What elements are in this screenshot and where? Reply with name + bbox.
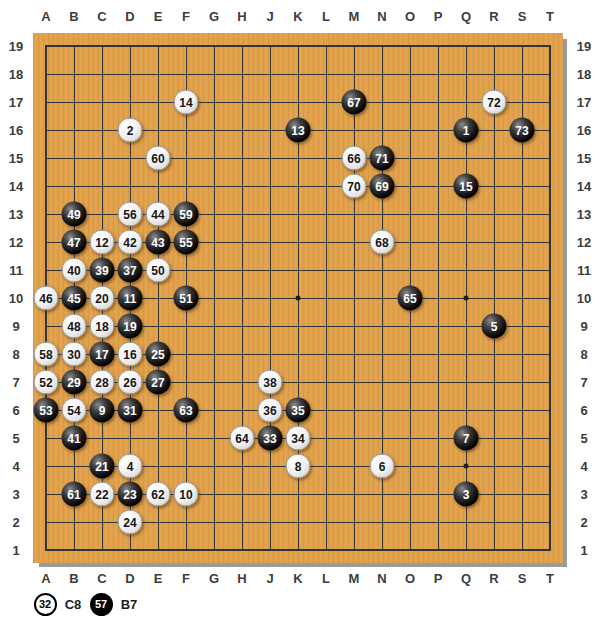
coordinate-label: 2 <box>12 515 19 530</box>
stone-black: 33 <box>258 426 283 451</box>
stone-white: 10 <box>174 482 199 507</box>
stone-white: 72 <box>482 90 507 115</box>
stone-white: 66 <box>342 146 367 171</box>
grid-line <box>326 46 327 550</box>
stone-white: 26 <box>118 370 143 395</box>
coordinate-label: 17 <box>9 95 23 110</box>
stone-white: 54 <box>62 398 87 423</box>
stone-black: 55 <box>174 230 199 255</box>
stone-black: 73 <box>510 118 535 143</box>
coordinate-label: E <box>154 9 163 24</box>
stone-white: 60 <box>146 146 171 171</box>
coordinate-label: 11 <box>9 263 23 278</box>
stone-white: 40 <box>62 258 87 283</box>
stone-black: 69 <box>370 174 395 199</box>
coordinate-label: R <box>489 9 498 24</box>
grid-line <box>354 46 355 550</box>
stone-black: 5 <box>482 314 507 339</box>
coordinate-label: J <box>266 571 273 586</box>
stone-white: 42 <box>118 230 143 255</box>
stone-black: 43 <box>146 230 171 255</box>
coordinate-label: 4 <box>580 459 587 474</box>
stone-black: 9 <box>90 398 115 423</box>
caption-stone-black: 57 <box>90 593 113 616</box>
grid-line <box>550 46 551 550</box>
coordinate-label: Q <box>461 9 471 24</box>
coordinate-label: 8 <box>580 347 587 362</box>
stone-white: 46 <box>34 286 59 311</box>
go-diagram-page: { "game": "go", "board": { "size": 19, "… <box>0 0 600 635</box>
coordinate-label: T <box>546 571 554 586</box>
coordinate-label: D <box>125 571 134 586</box>
coordinate-label: C <box>97 9 106 24</box>
coordinate-label: A <box>41 571 50 586</box>
coordinate-label: G <box>209 571 219 586</box>
caption-slot: B7 <box>115 597 143 612</box>
caption-coord: B7 <box>121 597 138 612</box>
stone-white: 30 <box>62 342 87 367</box>
coordinate-label: 5 <box>12 431 19 446</box>
stone-black: 15 <box>454 174 479 199</box>
coordinate-label: S <box>518 571 527 586</box>
caption-stone-white: 32 <box>34 593 57 616</box>
coordinate-label: B <box>69 9 78 24</box>
stone-black: 11 <box>118 286 143 311</box>
coordinate-label: 14 <box>9 179 23 194</box>
stone-black: 49 <box>62 202 87 227</box>
coordinate-label: E <box>154 571 163 586</box>
coordinate-label: 4 <box>12 459 19 474</box>
caption-slot: 57 <box>87 593 115 616</box>
stone-white: 14 <box>174 90 199 115</box>
coordinate-label: M <box>349 9 360 24</box>
coordinate-label: 3 <box>580 487 587 502</box>
stone-black: 25 <box>146 342 171 367</box>
coordinate-label: N <box>377 571 386 586</box>
stone-white: 6 <box>370 454 395 479</box>
coordinate-label: 18 <box>9 67 23 82</box>
stone-black: 65 <box>398 286 423 311</box>
stone-white: 2 <box>118 118 143 143</box>
stone-black: 3 <box>454 482 479 507</box>
star-point <box>296 296 301 301</box>
grid-line <box>46 550 550 551</box>
coordinate-label: Q <box>461 571 471 586</box>
stone-white: 62 <box>146 482 171 507</box>
coordinate-label: 13 <box>577 207 591 222</box>
coordinate-label: 15 <box>577 151 591 166</box>
coordinate-label: M <box>349 571 360 586</box>
stone-white: 18 <box>90 314 115 339</box>
stone-white: 28 <box>90 370 115 395</box>
coordinate-label: 3 <box>12 487 19 502</box>
stone-white: 38 <box>258 370 283 395</box>
coordinate-label: L <box>322 9 330 24</box>
stone-black: 59 <box>174 202 199 227</box>
stone-black: 53 <box>34 398 59 423</box>
stone-black: 23 <box>118 482 143 507</box>
stone-black: 19 <box>118 314 143 339</box>
stone-white: 12 <box>90 230 115 255</box>
star-point <box>464 464 469 469</box>
stone-white: 8 <box>286 454 311 479</box>
stone-black: 45 <box>62 286 87 311</box>
coordinate-label: K <box>293 571 302 586</box>
coordinate-label: 8 <box>12 347 19 362</box>
stone-white: 36 <box>258 398 283 423</box>
coordinate-label: 11 <box>577 263 591 278</box>
caption-bar: 32 C8 57 B7 <box>31 590 143 618</box>
stone-white: 16 <box>118 342 143 367</box>
coordinate-label: 12 <box>577 235 591 250</box>
grid-line <box>494 46 495 550</box>
coordinate-label: D <box>125 9 134 24</box>
stone-black: 17 <box>90 342 115 367</box>
coordinate-label: 1 <box>580 543 587 558</box>
coordinate-label: 12 <box>9 235 23 250</box>
coordinate-label: 5 <box>580 431 587 446</box>
stone-white: 48 <box>62 314 87 339</box>
coordinate-label: 14 <box>577 179 591 194</box>
coordinate-label: F <box>182 9 190 24</box>
stone-white: 24 <box>118 510 143 535</box>
coordinate-label: 7 <box>580 375 587 390</box>
grid-line <box>438 46 439 550</box>
coordinate-label: 15 <box>9 151 23 166</box>
stone-black: 63 <box>174 398 199 423</box>
stone-black: 39 <box>90 258 115 283</box>
stone-white: 4 <box>118 454 143 479</box>
coordinate-label: N <box>377 9 386 24</box>
coordinate-label: K <box>293 9 302 24</box>
coordinate-label: S <box>518 9 527 24</box>
coordinate-label: P <box>434 9 443 24</box>
coordinate-label: H <box>237 571 246 586</box>
stone-black: 7 <box>454 426 479 451</box>
coordinate-label: A <box>41 9 50 24</box>
stone-white: 20 <box>90 286 115 311</box>
coordinate-label: B <box>69 571 78 586</box>
coordinate-label: G <box>209 9 219 24</box>
coordinate-label: 18 <box>577 67 591 82</box>
stone-white: 22 <box>90 482 115 507</box>
stone-black: 27 <box>146 370 171 395</box>
stone-white: 44 <box>146 202 171 227</box>
caption-slot: C8 <box>59 597 87 612</box>
coordinate-label: 6 <box>580 403 587 418</box>
coordinate-label: R <box>489 571 498 586</box>
stone-black: 35 <box>286 398 311 423</box>
coordinate-label: 9 <box>12 319 19 334</box>
coordinate-label: 16 <box>577 123 591 138</box>
coordinate-label: H <box>237 9 246 24</box>
coordinate-label: 19 <box>9 39 23 54</box>
stone-white: 58 <box>34 342 59 367</box>
stone-white: 52 <box>34 370 59 395</box>
stone-black: 41 <box>62 426 87 451</box>
coordinate-label: 2 <box>580 515 587 530</box>
coordinate-label: 9 <box>580 319 587 334</box>
caption-coord: C8 <box>65 597 82 612</box>
coordinate-label: P <box>434 571 443 586</box>
coordinate-label: 17 <box>577 95 591 110</box>
coordinate-label: 19 <box>577 39 591 54</box>
stone-black: 71 <box>370 146 395 171</box>
coordinate-label: T <box>546 9 554 24</box>
star-point <box>464 296 469 301</box>
coordinate-label: J <box>266 9 273 24</box>
stone-black: 1 <box>454 118 479 143</box>
stone-black: 29 <box>62 370 87 395</box>
stone-black: 61 <box>62 482 87 507</box>
stone-black: 47 <box>62 230 87 255</box>
coordinate-label: C <box>97 571 106 586</box>
stone-black: 67 <box>342 90 367 115</box>
stone-black: 51 <box>174 286 199 311</box>
coordinate-label: 13 <box>9 207 23 222</box>
stone-black: 37 <box>118 258 143 283</box>
coordinate-label: O <box>405 9 415 24</box>
stone-white: 70 <box>342 174 367 199</box>
coordinate-label: 6 <box>12 403 19 418</box>
coordinate-label: L <box>322 571 330 586</box>
coordinate-label: 10 <box>577 291 591 306</box>
stone-black: 21 <box>90 454 115 479</box>
coordinate-label: 1 <box>12 543 19 558</box>
stone-white: 50 <box>146 258 171 283</box>
caption-slot: 32 <box>31 593 59 616</box>
coordinate-label: F <box>182 571 190 586</box>
coordinate-label: 10 <box>9 291 23 306</box>
stone-white: 68 <box>370 230 395 255</box>
coordinate-label: O <box>405 571 415 586</box>
coordinate-label: 7 <box>12 375 19 390</box>
stone-white: 34 <box>286 426 311 451</box>
stone-white: 64 <box>230 426 255 451</box>
stone-black: 31 <box>118 398 143 423</box>
stone-white: 56 <box>118 202 143 227</box>
go-board[interactable]: 1234567891011121314151617181920212223242… <box>33 33 563 563</box>
stone-black: 13 <box>286 118 311 143</box>
coordinate-label: 16 <box>9 123 23 138</box>
